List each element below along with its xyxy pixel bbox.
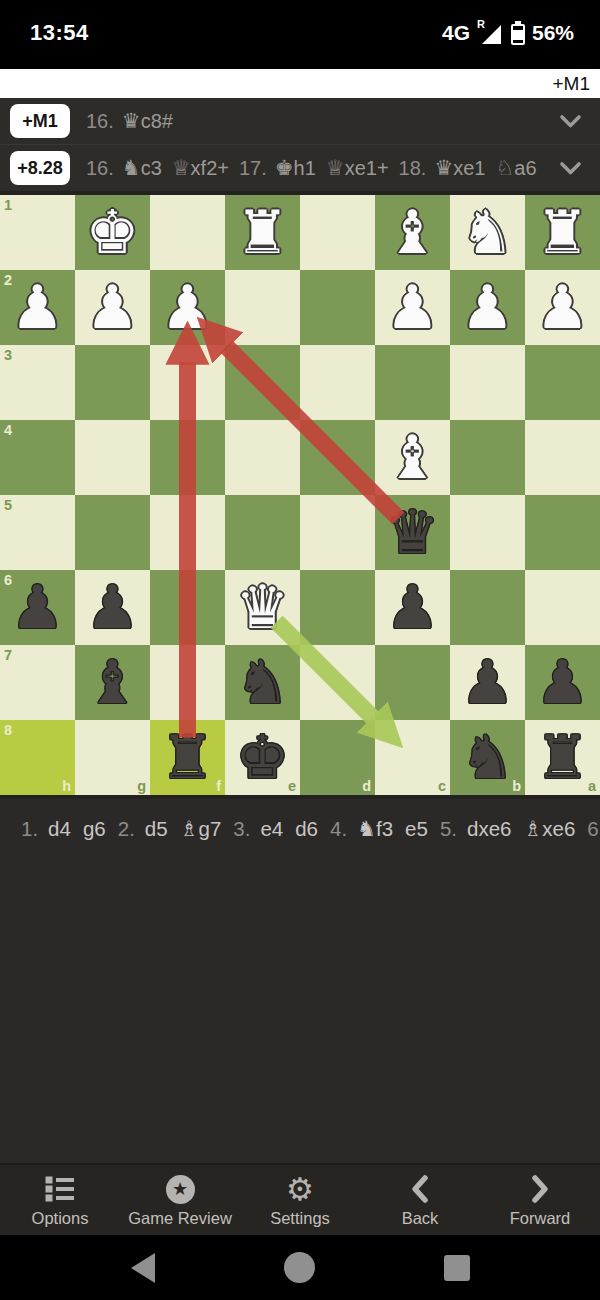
square-b1[interactable]: ♞ [450,195,525,270]
square-g7[interactable]: ♝ [75,645,150,720]
piece-white-rook: ♜ [525,195,600,270]
move[interactable]: ♞f3 [357,817,393,840]
piece-white-pawn: ♟ [375,270,450,345]
settings-gear-icon: ⚙ [286,1174,314,1204]
square-b7[interactable]: ♟ [450,645,525,720]
fullmove: 2.d5 [118,817,168,840]
file-coordinate: b [512,778,521,794]
move[interactable]: ♗g7 [180,817,222,840]
forward-label: Forward [510,1209,571,1228]
square-c3[interactable] [375,345,450,420]
fullmove: 6.♞g5 [587,817,600,840]
network-type-label: 4G [442,21,470,45]
square-a1[interactable]: ♜ [525,195,600,270]
square-c6[interactable]: ♟ [375,570,450,645]
move[interactable]: g6 [83,817,106,840]
engine-move[interactable]: ♛c8# [122,110,173,132]
square-a5[interactable] [525,495,600,570]
move[interactable]: e4 [260,817,283,840]
engine-line-2-moves: 16.♞c3♕xf2+17.♚h1♕xe1+18.♛xe1♘a6 [86,156,559,180]
square-f4[interactable] [150,420,225,495]
square-c4[interactable]: ♝ [375,420,450,495]
move-number: 4. [330,817,347,840]
move-number: 1. [21,817,38,840]
square-f5[interactable] [150,495,225,570]
square-e5[interactable] [225,495,300,570]
square-f1[interactable] [150,195,225,270]
square-a6[interactable] [525,570,600,645]
forward-move-button[interactable]: Forward [480,1165,600,1235]
move-number: 6. [587,817,600,840]
chevron-down-icon[interactable] [559,114,582,129]
status-icons: 4G R 56% [442,20,574,46]
game-review-button[interactable]: ★ Game Review [120,1165,240,1235]
piece-white-queen: ♛ [225,570,300,645]
options-label: Options [32,1209,89,1228]
square-h6[interactable]: 6♟ [0,570,75,645]
square-b5[interactable] [450,495,525,570]
move-number: 3. [233,817,250,840]
square-d1[interactable] [300,195,375,270]
back-label: Back [402,1209,439,1228]
file-coordinate: f [216,778,221,794]
square-e3[interactable] [225,345,300,420]
evaluation-bar: +M1 [0,66,600,98]
eval-badge-2: +8.28 [10,151,70,185]
square-b6[interactable] [450,570,525,645]
file-coordinate: c [438,778,446,794]
engine-move[interactable]: ♚h1 [275,157,316,179]
fullmove: 5.dxe6 [440,817,512,840]
piece-black-rook: ♜ [150,720,225,795]
square-a4[interactable] [525,420,600,495]
piece-white-king: ♚ [75,195,150,270]
move[interactable]: d4 [48,817,71,840]
piece-black-pawn: ♟ [375,570,450,645]
square-e1[interactable]: ♜ [225,195,300,270]
square-h1[interactable]: 1 [0,195,75,270]
chevron-down-icon[interactable] [559,161,582,176]
rank-coordinate: 4 [4,422,12,438]
piece-black-pawn: ♟ [525,645,600,720]
square-g2[interactable]: ♟ [75,270,150,345]
move-number: 2. [118,817,135,840]
square-d7[interactable] [300,645,375,720]
battery-icon [511,21,525,45]
bottom-toolbar: Options ★ Game Review ⚙ Settings Back [0,1163,600,1235]
android-back-icon[interactable] [131,1253,155,1283]
square-c8[interactable]: c [375,720,450,795]
square-h2[interactable]: 2♟ [0,270,75,345]
board-grid: 1♚♜♝♞♜2♟♟♟♟♟♟34♝5♛6♟♟♛♟7♝♞♟♟8hgf♜e♚dcb♞a… [0,195,600,795]
piece-white-bishop: ♝ [375,420,450,495]
square-g5[interactable] [75,495,150,570]
engine-move[interactable]: ♞c3 [122,157,162,179]
move-list: 1.d4g62.d5♗g73.e4d64.♞f3e55.dxe6♗xe66.♞g… [0,795,600,1163]
game-review-label: Game Review [128,1209,232,1228]
file-coordinate: h [62,778,71,794]
engine-line-2[interactable]: +8.28 16.♞c3♕xf2+17.♚h1♕xe1+18.♛xe1♘a6 [0,145,600,191]
eval-badge-1: +M1 [10,104,70,138]
piece-white-knight: ♞ [450,195,525,270]
android-navigation-bar [0,1235,600,1300]
move[interactable]: ♗xe6 [523,817,575,840]
piece-black-queen: ♛ [375,495,450,570]
engine-line-1[interactable]: +M1 16.♛c8# [0,98,600,145]
square-c5[interactable]: ♛ [375,495,450,570]
square-e7[interactable]: ♞ [225,645,300,720]
square-a7[interactable]: ♟ [525,645,600,720]
piece-white-rook: ♜ [225,195,300,270]
engine-analysis-panel: +M1 16.♛c8# +8.28 16.♞c3♕xf2+17.♚h1♕xe1+… [0,98,600,195]
square-d8[interactable]: d [300,720,375,795]
square-c7[interactable] [375,645,450,720]
square-c1[interactable]: ♝ [375,195,450,270]
game-review-star-icon: ★ [166,1174,195,1204]
file-coordinate: g [137,778,146,794]
piece-white-pawn: ♟ [75,270,150,345]
piece-black-bishop: ♝ [75,645,150,720]
square-d2[interactable] [300,270,375,345]
square-b8[interactable]: b♞ [450,720,525,795]
square-d4[interactable] [300,420,375,495]
move[interactable]: dxe6 [467,817,511,840]
square-b3[interactable] [450,345,525,420]
square-g1[interactable]: ♚ [75,195,150,270]
signal-strength-icon: R [477,20,501,46]
options-button[interactable]: Options [0,1165,120,1235]
square-h7[interactable]: 7 [0,645,75,720]
square-e4[interactable] [225,420,300,495]
square-h5[interactable]: 5 [0,495,75,570]
piece-white-bishop: ♝ [375,195,450,270]
rank-coordinate: 7 [4,647,12,663]
options-list-icon [45,1174,75,1204]
square-b4[interactable] [450,420,525,495]
square-h4[interactable]: 4 [0,420,75,495]
square-e8[interactable]: e♚ [225,720,300,795]
rank-coordinate: 5 [4,497,12,513]
fullmove: 4.♞f3 [330,817,393,840]
rank-coordinate: 8 [4,722,12,738]
rank-coordinate: 6 [4,572,12,588]
file-coordinate: d [362,778,371,794]
square-d6[interactable] [300,570,375,645]
engine-move[interactable]: ♕xe1+ [326,157,389,179]
square-f2[interactable]: ♟ [150,270,225,345]
square-f8[interactable]: f♜ [150,720,225,795]
move[interactable]: d5 [145,817,168,840]
square-f3[interactable] [150,345,225,420]
engine-move[interactable]: ♕xf2+ [172,157,229,179]
signal-triangle-icon [482,25,501,44]
move-number: 17. [239,157,267,179]
piece-white-pawn: ♟ [450,270,525,345]
square-a8[interactable]: a♜ [525,720,600,795]
move-number: 16. [86,110,114,132]
square-a2[interactable]: ♟ [525,270,600,345]
engine-move[interactable]: ♘a6 [496,157,537,179]
android-home-icon[interactable] [284,1252,315,1283]
square-h8[interactable]: 8h [0,720,75,795]
settings-button[interactable]: ⚙ Settings [240,1165,360,1235]
piece-black-pawn: ♟ [450,645,525,720]
android-status-bar: 13:54 4G R 56% [0,0,600,66]
square-g6[interactable]: ♟ [75,570,150,645]
square-a3[interactable] [525,345,600,420]
settings-label: Settings [270,1209,330,1228]
piece-black-knight: ♞ [225,645,300,720]
move-number: 18. [399,157,427,179]
square-h3[interactable]: 3 [0,345,75,420]
move[interactable]: e5 [405,817,428,840]
square-f7[interactable] [150,645,225,720]
battery-percent-label: 56% [532,21,574,45]
engine-move[interactable]: ♛xe1 [434,157,485,179]
file-coordinate: a [588,778,596,794]
rank-coordinate: 2 [4,272,12,288]
phone-screen: 13:54 4G R 56% +M1 +M1 16.♛c8# +8.28 16.… [0,0,600,1300]
android-recents-icon[interactable] [444,1255,470,1281]
fullmove: 1.d4 [21,817,71,840]
piece-white-pawn: ♟ [150,270,225,345]
back-move-button[interactable]: Back [360,1165,480,1235]
square-d3[interactable] [300,345,375,420]
move[interactable]: d6 [295,817,318,840]
square-d5[interactable] [300,495,375,570]
clock-label: 13:54 [30,20,89,46]
square-f6[interactable] [150,570,225,645]
piece-white-pawn: ♟ [525,270,600,345]
piece-black-pawn: ♟ [75,570,150,645]
rank-coordinate: 1 [4,197,12,213]
forward-chevron-icon [529,1174,551,1204]
move-number: 5. [440,817,457,840]
evaluation-label: +M1 [553,73,591,95]
square-e2[interactable] [225,270,300,345]
square-c2[interactable]: ♟ [375,270,450,345]
chess-board: 1♚♜♝♞♜2♟♟♟♟♟♟34♝5♛6♟♟♛♟7♝♞♟♟8hgf♜e♚dcb♞a… [0,195,600,795]
rank-coordinate: 3 [4,347,12,363]
back-chevron-icon [409,1174,431,1204]
move-number: 16. [86,157,114,179]
square-b2[interactable]: ♟ [450,270,525,345]
square-g4[interactable] [75,420,150,495]
fullmove: 3.e4 [233,817,283,840]
square-g8[interactable]: g [75,720,150,795]
file-coordinate: e [288,778,296,794]
square-e6[interactable]: ♛ [225,570,300,645]
square-g3[interactable] [75,345,150,420]
engine-line-1-moves: 16.♛c8# [86,109,559,133]
